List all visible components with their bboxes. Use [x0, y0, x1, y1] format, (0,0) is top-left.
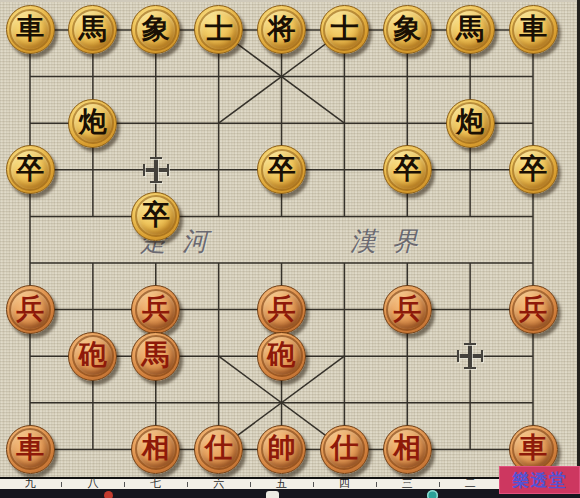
board-intersection[interactable] — [124, 240, 187, 287]
board-intersection[interactable] — [313, 333, 376, 380]
board-intersection[interactable] — [250, 53, 313, 100]
file-label: 五 — [276, 478, 287, 489]
board-intersection[interactable] — [0, 240, 61, 287]
piece-glyph: 兵 — [142, 295, 170, 323]
piece-glyph: 卒 — [393, 155, 421, 183]
black-piece-c[interactable]: 炮 — [446, 99, 495, 148]
red-piece-p[interactable]: 兵 — [383, 285, 432, 334]
board-intersection[interactable] — [439, 193, 502, 240]
piece-glyph: 士 — [205, 15, 233, 43]
piece-glyph: 馬 — [142, 341, 170, 369]
black-piece-n[interactable]: 馬 — [68, 5, 117, 54]
piece-glyph: 卒 — [16, 155, 44, 183]
board-intersection[interactable]: 仕 — [187, 426, 250, 473]
board-intersection[interactable] — [502, 193, 565, 240]
board-intersection[interactable] — [250, 100, 313, 147]
board-intersection[interactable] — [313, 240, 376, 287]
piece-glyph: 士 — [330, 15, 358, 43]
last-move-destination-brackets — [256, 330, 308, 382]
black-piece-b[interactable]: 象 — [383, 5, 432, 54]
board-intersection[interactable] — [439, 286, 502, 333]
red-piece-r[interactable]: 車 — [6, 425, 55, 474]
board-intersection[interactable] — [61, 379, 124, 426]
board-intersection[interactable]: 兵 — [0, 286, 61, 333]
piece-glyph: 炮 — [79, 108, 107, 136]
red-piece-p[interactable]: 兵 — [6, 285, 55, 334]
red-piece-c[interactable]: 砲 — [68, 332, 117, 381]
red-piece-b[interactable]: 相 — [383, 425, 432, 474]
board-intersection[interactable] — [61, 146, 124, 193]
board-intersection[interactable] — [61, 53, 124, 100]
board-intersection[interactable] — [61, 286, 124, 333]
board-intersection[interactable] — [0, 379, 61, 426]
board-intersection[interactable] — [502, 100, 565, 147]
board-intersection[interactable] — [187, 146, 250, 193]
board-intersection[interactable] — [187, 379, 250, 426]
board-intersection[interactable] — [313, 53, 376, 100]
board-intersection[interactable] — [0, 100, 61, 147]
black-piece-a[interactable]: 士 — [194, 5, 243, 54]
board-intersection[interactable] — [187, 193, 250, 240]
board-intersection[interactable] — [187, 100, 250, 147]
board-intersection[interactable]: 卒 — [376, 146, 439, 193]
board-intersection[interactable]: 兵 — [502, 286, 565, 333]
xiangqi-app-window: 楚河 漢界 車馬象士将士象馬車炮炮卒卒卒卒卒兵兵兵兵兵砲馬砲車相仕帥仕相車 九八… — [0, 0, 580, 498]
board-intersection[interactable]: 卒 — [124, 193, 187, 240]
piece-glyph: 馬 — [456, 15, 484, 43]
file-tick — [61, 482, 62, 487]
black-piece-a[interactable]: 士 — [320, 5, 369, 54]
board-intersection[interactable] — [61, 193, 124, 240]
board-intersection[interactable] — [376, 53, 439, 100]
piece-glyph: 相 — [142, 434, 170, 462]
piece-glyph: 兵 — [268, 295, 296, 323]
piece-glyph: 車 — [16, 15, 44, 43]
file-tick — [376, 482, 377, 487]
board-intersection[interactable] — [502, 53, 565, 100]
piece-glyph: 相 — [393, 434, 421, 462]
black-piece-n[interactable]: 馬 — [446, 5, 495, 54]
black-piece-p[interactable]: 卒 — [383, 145, 432, 194]
taskbar-strip — [0, 489, 580, 498]
board-intersection[interactable] — [313, 146, 376, 193]
board-intersection[interactable] — [0, 193, 61, 240]
board-intersection[interactable] — [124, 379, 187, 426]
board-intersection[interactable] — [313, 100, 376, 147]
watermark-badge: 樂透堂 — [499, 466, 580, 494]
file-tick — [124, 482, 125, 487]
file-label: 七 — [150, 478, 161, 489]
board-intersection[interactable]: 士 — [187, 7, 250, 54]
black-piece-p[interactable]: 卒 — [509, 145, 558, 194]
board-intersection[interactable] — [187, 240, 250, 287]
board-intersection[interactable]: 砲 — [61, 333, 124, 380]
board-intersection[interactable]: 相 — [376, 426, 439, 473]
board-intersection[interactable]: 車 — [0, 7, 61, 54]
board-intersection[interactable]: 象 — [124, 7, 187, 54]
piece-glyph: 仕 — [330, 434, 358, 462]
board-intersection[interactable]: 将 — [250, 7, 313, 54]
board-intersection[interactable] — [124, 100, 187, 147]
board-intersection[interactable] — [124, 53, 187, 100]
board-intersection[interactable]: 仕 — [313, 426, 376, 473]
board-intersection[interactable]: 相 — [124, 426, 187, 473]
piece-glyph: 兵 — [519, 295, 547, 323]
board-intersection[interactable] — [439, 240, 502, 287]
file-label: 六 — [213, 478, 224, 489]
red-piece-a[interactable]: 仕 — [320, 425, 369, 474]
board-intersection[interactable]: 馬 — [61, 7, 124, 54]
file-label: 四 — [339, 478, 350, 489]
file-number-strip: 九八七六五四三二一 — [0, 479, 580, 489]
board-intersection[interactable] — [502, 333, 565, 380]
piece-glyph: 卒 — [268, 155, 296, 183]
board-intersection[interactable]: 炮 — [61, 100, 124, 147]
board-intersection[interactable]: 炮 — [439, 100, 502, 147]
board-intersection[interactable]: 馬 — [124, 333, 187, 380]
board-intersection[interactable] — [61, 426, 124, 473]
black-piece-p[interactable]: 卒 — [257, 145, 306, 194]
piece-glyph: 車 — [519, 15, 547, 43]
board-intersection[interactable]: 卒 — [250, 146, 313, 193]
piece-glyph: 兵 — [393, 295, 421, 323]
black-piece-r[interactable]: 車 — [509, 5, 558, 54]
board-intersection[interactable] — [187, 333, 250, 380]
board-intersection[interactable]: 卒 — [0, 146, 61, 193]
board-intersection[interactable]: 卒 — [502, 146, 565, 193]
piece-glyph: 兵 — [16, 295, 44, 323]
piece-glyph: 車 — [519, 434, 547, 462]
file-tick — [187, 482, 188, 487]
board-intersection[interactable] — [502, 240, 565, 287]
file-label: 八 — [87, 478, 98, 489]
board-intersection[interactable]: 帥 — [250, 426, 313, 473]
board-intersection[interactable]: 車 — [502, 7, 565, 54]
file-tick — [313, 482, 314, 487]
taskbar-window-icon[interactable] — [266, 491, 279, 498]
piece-glyph: 帥 — [268, 434, 296, 462]
piece-glyph: 仕 — [205, 434, 233, 462]
red-piece-k[interactable]: 帥 — [257, 425, 306, 474]
board-intersection[interactable] — [0, 333, 61, 380]
red-piece-n[interactable]: 馬 — [131, 332, 180, 381]
board-intersection[interactable] — [313, 286, 376, 333]
board-intersection[interactable] — [313, 379, 376, 426]
board-intersection[interactable] — [124, 146, 187, 193]
piece-glyph: 卒 — [142, 201, 170, 229]
board-intersection[interactable] — [313, 193, 376, 240]
board-intersection[interactable] — [187, 53, 250, 100]
last-move-origin-brackets — [447, 333, 493, 379]
black-piece-p[interactable]: 卒 — [131, 192, 180, 241]
board-intersection[interactable]: 兵 — [124, 286, 187, 333]
file-label: 二 — [465, 478, 476, 489]
board-intersection[interactable] — [439, 53, 502, 100]
board-intersection[interactable] — [376, 240, 439, 287]
board-intersection[interactable] — [187, 286, 250, 333]
board-intersection[interactable]: 兵 — [376, 286, 439, 333]
file-tick — [439, 482, 440, 487]
board-intersection[interactable] — [250, 193, 313, 240]
black-piece-c[interactable]: 炮 — [68, 99, 117, 148]
file-tick — [250, 482, 251, 487]
piece-glyph: 馬 — [79, 15, 107, 43]
board-grid: 車馬象士将士象馬車炮炮卒卒卒卒卒兵兵兵兵兵砲馬砲車相仕帥仕相車 — [0, 7, 564, 473]
black-piece-k[interactable]: 将 — [257, 5, 306, 54]
black-piece-r[interactable]: 車 — [6, 5, 55, 54]
piece-glyph: 象 — [393, 15, 421, 43]
board-intersection[interactable] — [61, 240, 124, 287]
board-intersection[interactable]: 車 — [0, 426, 61, 473]
taskbar-red-icon[interactable] — [104, 491, 113, 498]
board-intersection[interactable] — [250, 240, 313, 287]
board-intersection[interactable] — [376, 193, 439, 240]
board-intersection[interactable]: 象 — [376, 7, 439, 54]
piece-glyph: 象 — [142, 15, 170, 43]
red-piece-b[interactable]: 相 — [131, 425, 180, 474]
board-intersection[interactable] — [250, 379, 313, 426]
red-piece-p[interactable]: 兵 — [257, 285, 306, 334]
red-piece-a[interactable]: 仕 — [194, 425, 243, 474]
file-label: 三 — [402, 478, 413, 489]
red-piece-p[interactable]: 兵 — [509, 285, 558, 334]
board-intersection[interactable] — [376, 100, 439, 147]
piece-glyph: 将 — [268, 15, 296, 43]
board-intersection[interactable] — [376, 333, 439, 380]
file-label: 九 — [25, 478, 36, 489]
board-intersection[interactable] — [0, 53, 61, 100]
piece-glyph: 卒 — [519, 155, 547, 183]
taskbar-teal-icon[interactable] — [427, 490, 438, 498]
black-piece-p[interactable]: 卒 — [6, 145, 55, 194]
board-intersection[interactable] — [439, 146, 502, 193]
piece-glyph: 砲 — [79, 341, 107, 369]
board-intersection[interactable] — [502, 379, 565, 426]
board-intersection[interactable]: 馬 — [439, 7, 502, 54]
board-intersection[interactable] — [439, 379, 502, 426]
board-intersection[interactable]: 兵 — [250, 286, 313, 333]
piece-glyph: 炮 — [456, 108, 484, 136]
piece-glyph: 車 — [16, 434, 44, 462]
board-intersection[interactable] — [439, 426, 502, 473]
black-piece-b[interactable]: 象 — [131, 5, 180, 54]
board-intersection[interactable]: 士 — [313, 7, 376, 54]
board-intersection[interactable] — [376, 379, 439, 426]
red-piece-p[interactable]: 兵 — [131, 285, 180, 334]
